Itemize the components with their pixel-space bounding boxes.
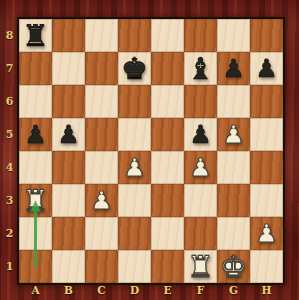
file-label-c: C (85, 283, 118, 300)
square-f7[interactable]: ♝ (184, 52, 217, 85)
square-b1[interactable] (52, 250, 85, 283)
square-b3[interactable] (52, 184, 85, 217)
square-a7[interactable] (19, 52, 52, 85)
square-e4[interactable] (151, 151, 184, 184)
chessboard-widget: 87654321 ♜♚♝♟♟♟♟♟♟♟♟♜♟♟♜♚ ABCDEFGH (0, 0, 299, 300)
square-e3[interactable] (151, 184, 184, 217)
square-f1[interactable]: ♜ (184, 250, 217, 283)
square-f4[interactable]: ♟ (184, 151, 217, 184)
square-b7[interactable] (52, 52, 85, 85)
square-c4[interactable] (85, 151, 118, 184)
square-a2[interactable] (19, 217, 52, 250)
square-h3[interactable] (250, 184, 283, 217)
square-d1[interactable] (118, 250, 151, 283)
square-e5[interactable] (151, 118, 184, 151)
square-h8[interactable] (250, 19, 283, 52)
square-b6[interactable] (52, 85, 85, 118)
square-a8[interactable]: ♜ (19, 19, 52, 52)
white-king-g1[interactable]: ♚ (220, 252, 247, 282)
file-labels: ABCDEFGH (19, 283, 283, 300)
rank-label-5: 5 (0, 118, 19, 151)
rank-labels: 87654321 (0, 19, 19, 283)
rank-label-4: 4 (0, 151, 19, 184)
square-d8[interactable] (118, 19, 151, 52)
file-label-g: G (217, 283, 250, 300)
rank-label-8: 8 (0, 19, 19, 52)
white-rook-a3[interactable]: ♜ (22, 186, 49, 216)
square-c5[interactable] (85, 118, 118, 151)
square-a4[interactable] (19, 151, 52, 184)
square-b2[interactable] (52, 217, 85, 250)
file-label-e: E (151, 283, 184, 300)
square-b8[interactable] (52, 19, 85, 52)
black-pawn-h7[interactable]: ♟ (255, 56, 277, 81)
square-a1[interactable] (19, 250, 52, 283)
square-g1[interactable]: ♚ (217, 250, 250, 283)
square-f5[interactable]: ♟ (184, 118, 217, 151)
black-bishop-f7[interactable]: ♝ (187, 54, 214, 84)
square-c8[interactable] (85, 19, 118, 52)
rank-label-6: 6 (0, 85, 19, 118)
rank-label-2: 2 (0, 217, 19, 250)
square-g3[interactable] (217, 184, 250, 217)
square-f3[interactable] (184, 184, 217, 217)
rank-label-7: 7 (0, 52, 19, 85)
square-d4[interactable]: ♟ (118, 151, 151, 184)
rank-label-3: 3 (0, 184, 19, 217)
square-h2[interactable]: ♟ (250, 217, 283, 250)
square-h4[interactable] (250, 151, 283, 184)
square-g4[interactable] (217, 151, 250, 184)
white-pawn-h2[interactable]: ♟ (255, 221, 277, 246)
square-c7[interactable] (85, 52, 118, 85)
square-h1[interactable] (250, 250, 283, 283)
square-h6[interactable] (250, 85, 283, 118)
black-rook-a8[interactable]: ♜ (22, 21, 49, 51)
chess-board: ♜♚♝♟♟♟♟♟♟♟♟♜♟♟♜♚ (19, 19, 283, 283)
white-pawn-f4[interactable]: ♟ (189, 155, 211, 180)
rank-label-1: 1 (0, 250, 19, 283)
square-g2[interactable] (217, 217, 250, 250)
black-pawn-b5[interactable]: ♟ (57, 122, 79, 147)
square-b5[interactable]: ♟ (52, 118, 85, 151)
square-g6[interactable] (217, 85, 250, 118)
white-pawn-d4[interactable]: ♟ (123, 155, 145, 180)
square-h7[interactable]: ♟ (250, 52, 283, 85)
square-e6[interactable] (151, 85, 184, 118)
square-f2[interactable] (184, 217, 217, 250)
square-h5[interactable] (250, 118, 283, 151)
file-label-f: F (184, 283, 217, 300)
square-e8[interactable] (151, 19, 184, 52)
square-c2[interactable] (85, 217, 118, 250)
square-f8[interactable] (184, 19, 217, 52)
black-pawn-a5[interactable]: ♟ (24, 122, 46, 147)
square-d7[interactable]: ♚ (118, 52, 151, 85)
file-label-d: D (118, 283, 151, 300)
square-d5[interactable] (118, 118, 151, 151)
square-g8[interactable] (217, 19, 250, 52)
square-d6[interactable] (118, 85, 151, 118)
square-a5[interactable]: ♟ (19, 118, 52, 151)
square-e1[interactable] (151, 250, 184, 283)
square-c1[interactable] (85, 250, 118, 283)
square-f6[interactable] (184, 85, 217, 118)
square-e7[interactable] (151, 52, 184, 85)
square-e2[interactable] (151, 217, 184, 250)
square-d2[interactable] (118, 217, 151, 250)
square-c6[interactable] (85, 85, 118, 118)
black-pawn-g7[interactable]: ♟ (222, 56, 244, 81)
square-b4[interactable] (52, 151, 85, 184)
file-label-a: A (19, 283, 52, 300)
white-pawn-c3[interactable]: ♟ (90, 188, 112, 213)
white-pawn-g5[interactable]: ♟ (222, 122, 244, 147)
square-a3[interactable]: ♜ (19, 184, 52, 217)
square-d3[interactable] (118, 184, 151, 217)
file-label-h: H (250, 283, 283, 300)
square-g5[interactable]: ♟ (217, 118, 250, 151)
square-c3[interactable]: ♟ (85, 184, 118, 217)
black-pawn-f5[interactable]: ♟ (189, 122, 211, 147)
square-g7[interactable]: ♟ (217, 52, 250, 85)
square-a6[interactable] (19, 85, 52, 118)
white-rook-f1[interactable]: ♜ (187, 252, 214, 282)
file-label-b: B (52, 283, 85, 300)
black-king-d7[interactable]: ♚ (121, 54, 148, 84)
